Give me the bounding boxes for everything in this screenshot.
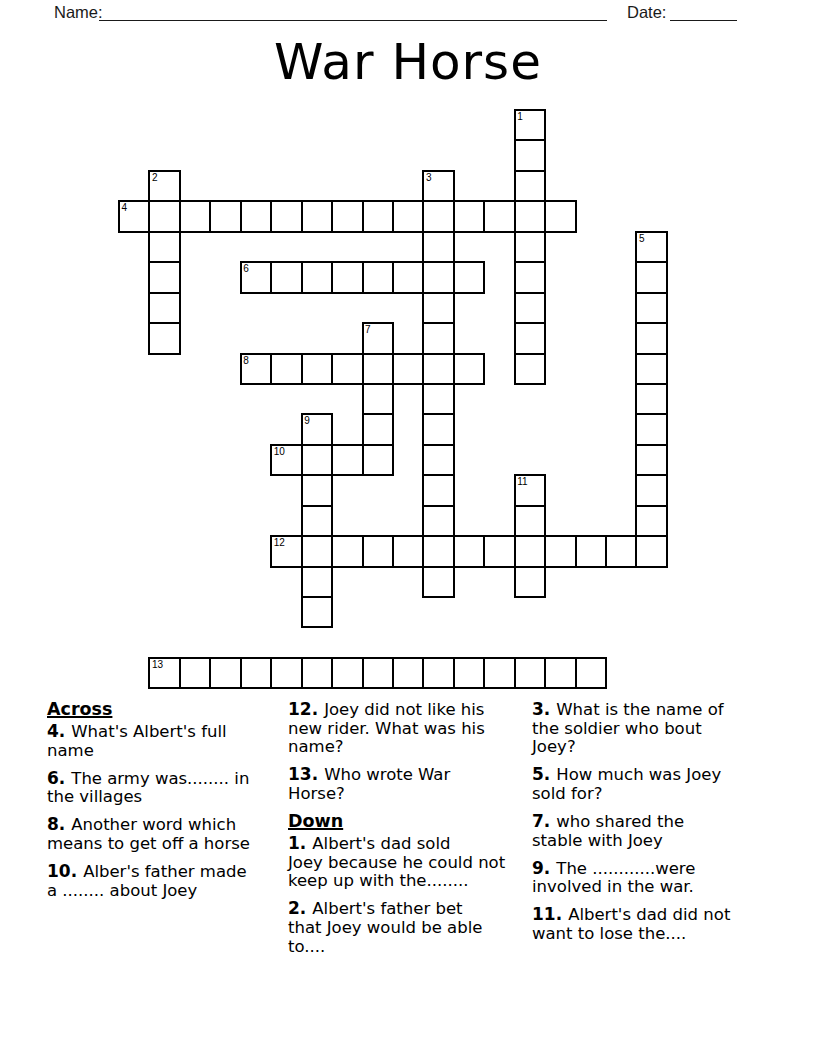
grid-cell[interactable] bbox=[635, 261, 667, 293]
grid-cell[interactable] bbox=[301, 353, 333, 385]
grid-cell[interactable]: 4 bbox=[118, 200, 150, 232]
clue-item-text: Albert's dad sold Joey because he could … bbox=[288, 834, 505, 890]
grid-cell[interactable] bbox=[422, 505, 454, 537]
clue-item-number: 4. bbox=[47, 721, 65, 741]
grid-cell[interactable] bbox=[240, 657, 272, 689]
grid-cell[interactable] bbox=[514, 535, 546, 567]
clues-column-1: Across4.What's Albert's full name6.The a… bbox=[47, 700, 297, 909]
grid-cell[interactable] bbox=[422, 657, 454, 689]
grid-cell[interactable] bbox=[362, 444, 394, 476]
grid-cell[interactable] bbox=[301, 261, 333, 293]
clue-number: 1 bbox=[517, 111, 523, 122]
clue-number: 7 bbox=[365, 324, 371, 335]
grid-cell[interactable] bbox=[362, 353, 394, 385]
grid-cell[interactable] bbox=[331, 200, 363, 232]
clue-item: 4.What's Albert's full name bbox=[47, 722, 297, 760]
grid-cell[interactable] bbox=[514, 200, 546, 232]
clue-number: 3 bbox=[426, 172, 432, 183]
clue-number: 12 bbox=[274, 537, 285, 548]
clue-item: 6.The army was........ in the villages bbox=[47, 769, 297, 807]
grid-cell[interactable]: 8 bbox=[240, 353, 272, 385]
grid-cell[interactable] bbox=[635, 444, 667, 476]
name-label: Name: bbox=[54, 3, 103, 22]
grid-cell[interactable] bbox=[392, 200, 424, 232]
grid-cell[interactable] bbox=[209, 657, 241, 689]
grid-cell[interactable] bbox=[392, 353, 424, 385]
clue-list-heading: Across bbox=[47, 700, 297, 719]
clue-item-number: 2. bbox=[288, 898, 306, 918]
grid-cell[interactable] bbox=[301, 566, 333, 598]
grid-cell[interactable] bbox=[483, 535, 515, 567]
grid-cell[interactable] bbox=[270, 261, 302, 293]
clue-item-number: 13. bbox=[288, 764, 318, 784]
grid-cell[interactable] bbox=[483, 657, 515, 689]
grid-cell[interactable] bbox=[362, 535, 394, 567]
grid-cell[interactable] bbox=[362, 261, 394, 293]
grid-cell[interactable] bbox=[362, 657, 394, 689]
grid-cell[interactable] bbox=[635, 535, 667, 567]
grid-cell[interactable]: 9 bbox=[301, 413, 333, 445]
grid-cell[interactable]: 10 bbox=[270, 444, 302, 476]
clue-item: 11.Albert's dad did not want to lose the… bbox=[532, 905, 782, 943]
grid-cell[interactable] bbox=[453, 261, 485, 293]
grid-cell[interactable] bbox=[148, 261, 180, 293]
clue-item-number: 9. bbox=[532, 858, 550, 878]
grid-cell[interactable] bbox=[514, 505, 546, 537]
grid-cell[interactable] bbox=[514, 657, 546, 689]
grid-cell[interactable] bbox=[422, 444, 454, 476]
clue-item: 3.What is the name of the soldier who bo… bbox=[532, 700, 782, 757]
date-line bbox=[670, 3, 737, 21]
clue-item-text: What is the name of the soldier who bout… bbox=[532, 700, 724, 756]
grid-cell[interactable] bbox=[240, 200, 272, 232]
grid-cell[interactable] bbox=[483, 200, 515, 232]
clue-number: 11 bbox=[517, 476, 527, 487]
clue-number: 4 bbox=[122, 202, 128, 213]
grid-cell[interactable] bbox=[362, 413, 394, 445]
grid-cell[interactable] bbox=[179, 200, 211, 232]
grid-cell[interactable] bbox=[635, 322, 667, 354]
clue-item-text: The ............were involved in the war… bbox=[532, 859, 695, 897]
grid-cell[interactable] bbox=[270, 200, 302, 232]
grid-cell[interactable]: 13 bbox=[148, 657, 180, 689]
grid-cell[interactable] bbox=[422, 322, 454, 354]
grid-cell[interactable] bbox=[301, 200, 333, 232]
clues-column-3: 3.What is the name of the soldier who bo… bbox=[532, 700, 782, 952]
grid-cell[interactable] bbox=[635, 505, 667, 537]
clue-number: 13 bbox=[152, 659, 163, 670]
grid-cell[interactable] bbox=[422, 474, 454, 506]
clue-item-number: 10. bbox=[47, 861, 77, 881]
grid-cell[interactable] bbox=[392, 535, 424, 567]
clue-item-number: 8. bbox=[47, 814, 65, 834]
grid-cell[interactable]: 12 bbox=[270, 535, 302, 567]
clue-item: 1.Albert's dad sold Joey because he coul… bbox=[288, 834, 538, 891]
grid-cell[interactable] bbox=[514, 322, 546, 354]
clue-item: 12.Joey did not like his new rider. What… bbox=[288, 700, 538, 757]
grid-cell[interactable] bbox=[453, 353, 485, 385]
grid-cell[interactable] bbox=[148, 200, 180, 232]
grid-cell[interactable] bbox=[605, 535, 637, 567]
grid-cell[interactable] bbox=[635, 474, 667, 506]
grid-cell[interactable] bbox=[422, 231, 454, 263]
grid-cell[interactable] bbox=[392, 657, 424, 689]
clue-item: 13.Who wrote War Horse? bbox=[288, 765, 538, 803]
grid-cell[interactable] bbox=[362, 383, 394, 415]
grid-cell[interactable] bbox=[270, 657, 302, 689]
grid-cell[interactable] bbox=[514, 566, 546, 598]
clue-item: 9.The ............were involved in the w… bbox=[532, 859, 782, 897]
grid-cell[interactable]: 3 bbox=[422, 170, 454, 202]
clue-item-number: 1. bbox=[288, 833, 306, 853]
grid-cell[interactable] bbox=[514, 261, 546, 293]
page-title: War Horse bbox=[0, 33, 816, 91]
worksheet-page: { "game": "crossword", "title": "War Hor… bbox=[0, 0, 816, 1056]
grid-cell[interactable] bbox=[331, 657, 363, 689]
grid-cell[interactable] bbox=[331, 353, 363, 385]
grid-cell[interactable] bbox=[270, 353, 302, 385]
grid-cell[interactable] bbox=[301, 505, 333, 537]
grid-cell[interactable]: 2 bbox=[148, 170, 180, 202]
grid-cell[interactable] bbox=[331, 261, 363, 293]
grid-cell[interactable] bbox=[544, 657, 576, 689]
grid-cell[interactable] bbox=[635, 413, 667, 445]
grid-cell[interactable] bbox=[544, 200, 576, 232]
grid-cell[interactable] bbox=[422, 353, 454, 385]
grid-cell[interactable] bbox=[301, 474, 333, 506]
grid-cell[interactable] bbox=[331, 535, 363, 567]
clue-number: 9 bbox=[304, 415, 310, 426]
grid-cell[interactable] bbox=[179, 657, 211, 689]
grid-cell[interactable] bbox=[422, 261, 454, 293]
grid-cell[interactable] bbox=[301, 596, 333, 628]
date-label: Date: bbox=[627, 3, 666, 22]
clue-item-number: 6. bbox=[47, 768, 65, 788]
grid-cell[interactable] bbox=[635, 292, 667, 324]
crossword-grid: 12345678910111213 bbox=[118, 109, 669, 690]
grid-cell[interactable] bbox=[148, 322, 180, 354]
grid-cell[interactable] bbox=[422, 383, 454, 415]
grid-cell[interactable] bbox=[422, 413, 454, 445]
grid-cell[interactable] bbox=[514, 292, 546, 324]
grid-cell[interactable] bbox=[422, 566, 454, 598]
clue-item-text: Another word which means to get off a ho… bbox=[47, 815, 250, 853]
clue-item: 7.who shared the stable with Joey bbox=[532, 812, 782, 850]
clue-number: 6 bbox=[243, 263, 249, 274]
grid-cell[interactable] bbox=[148, 292, 180, 324]
grid-cell[interactable] bbox=[453, 200, 485, 232]
clue-number: 10 bbox=[274, 446, 285, 457]
grid-cell[interactable] bbox=[301, 444, 333, 476]
grid-cell[interactable] bbox=[209, 200, 241, 232]
grid-cell[interactable] bbox=[453, 535, 485, 567]
clue-list-heading: Down bbox=[288, 812, 538, 831]
clue-number: 8 bbox=[243, 355, 249, 366]
clue-item-text: How much was Joey sold for? bbox=[532, 765, 721, 803]
clue-item-text: What's Albert's full name bbox=[47, 722, 227, 760]
name-line bbox=[99, 3, 607, 21]
clue-item-text: Albert's father bet that Joey would be a… bbox=[288, 899, 482, 955]
grid-cell[interactable] bbox=[331, 444, 363, 476]
grid-cell[interactable] bbox=[514, 170, 546, 202]
clue-number: 5 bbox=[639, 233, 645, 244]
clues-column-2: 12.Joey did not like his new rider. What… bbox=[288, 700, 538, 965]
grid-cell[interactable] bbox=[514, 231, 546, 263]
grid-cell[interactable]: 5 bbox=[635, 231, 667, 263]
grid-cell[interactable]: 11 bbox=[514, 474, 546, 506]
grid-cell[interactable]: 1 bbox=[514, 109, 546, 141]
grid-cell[interactable] bbox=[362, 200, 394, 232]
grid-cell[interactable] bbox=[301, 535, 333, 567]
grid-cell[interactable] bbox=[453, 657, 485, 689]
grid-cell[interactable] bbox=[575, 657, 607, 689]
grid-cell[interactable] bbox=[422, 200, 454, 232]
clue-item-number: 3. bbox=[532, 699, 550, 719]
clue-item-number: 11. bbox=[532, 904, 562, 924]
clue-item: 5.How much was Joey sold for? bbox=[532, 765, 782, 803]
grid-cell[interactable] bbox=[635, 353, 667, 385]
clue-number: 2 bbox=[152, 172, 158, 183]
clue-item-number: 7. bbox=[532, 811, 550, 831]
clue-item-text: who shared the stable with Joey bbox=[532, 812, 684, 850]
clue-item-number: 5. bbox=[532, 764, 550, 784]
grid-cell[interactable] bbox=[422, 535, 454, 567]
grid-cell[interactable]: 7 bbox=[362, 322, 394, 354]
clue-item: 8.Another word which means to get off a … bbox=[47, 815, 297, 853]
clue-item: 2.Albert's father bet that Joey would be… bbox=[288, 899, 538, 956]
grid-cell[interactable] bbox=[544, 535, 576, 567]
grid-cell[interactable] bbox=[301, 657, 333, 689]
grid-cell[interactable] bbox=[575, 535, 607, 567]
grid-cell[interactable] bbox=[392, 261, 424, 293]
grid-cell[interactable] bbox=[422, 292, 454, 324]
grid-cell[interactable]: 6 bbox=[240, 261, 272, 293]
grid-cell[interactable] bbox=[514, 139, 546, 171]
grid-cell[interactable] bbox=[514, 353, 546, 385]
clue-item-number: 12. bbox=[288, 699, 318, 719]
grid-cell[interactable] bbox=[635, 383, 667, 415]
grid-cell[interactable] bbox=[148, 231, 180, 263]
clue-item: 10.Alber's father made a ........ about … bbox=[47, 862, 297, 900]
clue-item-text: The army was........ in the villages bbox=[47, 769, 249, 807]
